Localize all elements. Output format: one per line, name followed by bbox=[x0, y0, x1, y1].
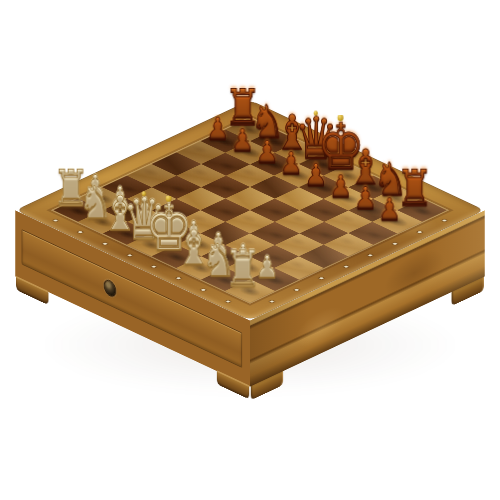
drawer-knob[interactable] bbox=[105, 279, 116, 297]
coordinate-inlay-dot bbox=[53, 219, 59, 222]
piece-dark-pawn[interactable]: ♟ bbox=[362, 194, 418, 225]
coordinate-inlay-dot bbox=[78, 231, 84, 234]
coordinate-inlay-dot bbox=[225, 300, 231, 303]
coordinate-inlay-dot bbox=[102, 242, 108, 245]
coordinate-inlay-dot bbox=[318, 277, 324, 280]
coordinate-inlay-dot bbox=[416, 231, 422, 234]
bracket-foot-left bbox=[16, 276, 49, 305]
chess-set-photo: ♜♞♝♛♚♝♞♜♟♟♟♟♟♟♟♟♟♟♟♟♟♟♟♟♜♞♝♛♚♝♞♜ bbox=[0, 0, 500, 500]
piece-light-rook[interactable]: ♜ bbox=[215, 244, 271, 294]
coordinate-inlay-dot bbox=[127, 254, 133, 257]
coordinate-inlay-dot bbox=[152, 265, 158, 268]
coordinate-inlay-dot bbox=[441, 219, 447, 222]
coordinate-inlay-dot bbox=[392, 242, 398, 245]
bracket-foot-near bbox=[217, 370, 250, 399]
coordinate-inlay-dot bbox=[176, 277, 182, 280]
coordinate-inlay-dot bbox=[294, 288, 300, 291]
bracket-foot-near-right bbox=[251, 371, 284, 400]
coordinate-inlay-dot bbox=[343, 265, 349, 268]
coordinate-inlay-dot bbox=[201, 288, 207, 291]
chess-box: ♜♞♝♛♚♝♞♜♟♟♟♟♟♟♟♟♟♟♟♟♟♟♟♟♜♞♝♛♚♝♞♜ bbox=[15, 100, 485, 320]
bracket-foot-right bbox=[452, 277, 485, 306]
coordinate-inlay-dot bbox=[367, 254, 373, 257]
coordinate-inlay-dot bbox=[269, 300, 275, 303]
